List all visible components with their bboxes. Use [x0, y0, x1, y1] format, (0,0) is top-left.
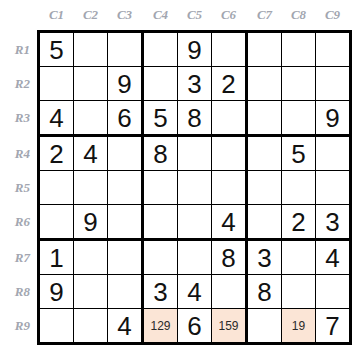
- sudoku-cell-R2C8[interactable]: [282, 67, 316, 101]
- sudoku-cell-R9C4[interactable]: 129: [144, 309, 178, 342]
- col-label-C1: C1: [49, 7, 64, 23]
- col-label-C7: C7: [257, 7, 272, 23]
- sudoku-cell-R8C9[interactable]: [316, 275, 349, 309]
- sudoku-cell-R3C9[interactable]: 9: [316, 101, 349, 137]
- sudoku-cell-R6C9[interactable]: 3: [316, 205, 349, 241]
- row-label-R9: R9: [15, 318, 30, 334]
- row-label-R8: R8: [15, 284, 30, 300]
- sudoku-cell-R3C3[interactable]: 6: [108, 101, 144, 137]
- sudoku-cell-R8C4[interactable]: 3: [144, 275, 178, 309]
- row-label-R4: R4: [15, 146, 30, 162]
- sudoku-cell-R8C7[interactable]: 8: [248, 275, 282, 309]
- sudoku-cell-R3C4[interactable]: 5: [144, 101, 178, 137]
- row-label-R7: R7: [15, 250, 30, 266]
- sudoku-board: 5993246589248594231834934841296159197: [37, 30, 352, 345]
- sudoku-cell-R1C2[interactable]: [74, 33, 108, 67]
- sudoku-cell-R6C4[interactable]: [144, 205, 178, 241]
- sudoku-cell-R7C5[interactable]: [178, 241, 212, 275]
- col-label-C2: C2: [83, 7, 98, 23]
- sudoku-cell-R8C5[interactable]: 4: [178, 275, 212, 309]
- sudoku-cell-R8C2[interactable]: [74, 275, 108, 309]
- sudoku-cell-R1C1[interactable]: 5: [40, 33, 74, 67]
- sudoku-cell-R1C8[interactable]: [282, 33, 316, 67]
- sudoku-cell-R6C3[interactable]: [108, 205, 144, 241]
- col-label-C4: C4: [153, 7, 168, 23]
- sudoku-cell-R2C4[interactable]: [144, 67, 178, 101]
- sudoku-cell-R4C2[interactable]: 4: [74, 137, 108, 171]
- sudoku-cell-R8C3[interactable]: [108, 275, 144, 309]
- sudoku-cell-R4C7[interactable]: [248, 137, 282, 171]
- sudoku-cell-R2C5[interactable]: 3: [178, 67, 212, 101]
- sudoku-cell-R6C1[interactable]: [40, 205, 74, 241]
- sudoku-cell-R1C4[interactable]: [144, 33, 178, 67]
- sudoku-cell-R7C3[interactable]: [108, 241, 144, 275]
- sudoku-cell-R5C2[interactable]: [74, 171, 108, 205]
- sudoku-cell-R2C3[interactable]: 9: [108, 67, 144, 101]
- row-label-R6: R6: [15, 214, 30, 230]
- sudoku-cell-R7C4[interactable]: [144, 241, 178, 275]
- sudoku-cell-R8C1[interactable]: 9: [40, 275, 74, 309]
- sudoku-cell-R3C5[interactable]: 8: [178, 101, 212, 137]
- sudoku-cell-R3C7[interactable]: [248, 101, 282, 137]
- sudoku-cell-R2C1[interactable]: [40, 67, 74, 101]
- sudoku-cell-R9C7[interactable]: [248, 309, 282, 342]
- row-label-R2: R2: [15, 76, 30, 92]
- sudoku-cell-R5C9[interactable]: [316, 171, 349, 205]
- sudoku-cell-R5C5[interactable]: [178, 171, 212, 205]
- col-label-C6: C6: [221, 7, 236, 23]
- sudoku-cell-R4C8[interactable]: 5: [282, 137, 316, 171]
- sudoku-cell-R9C1[interactable]: [40, 309, 74, 342]
- sudoku-cell-R4C3[interactable]: [108, 137, 144, 171]
- col-label-C8: C8: [291, 7, 306, 23]
- sudoku-cell-R3C1[interactable]: 4: [40, 101, 74, 137]
- row-labels: R1R2R3R4R5R6R7R8R9: [0, 30, 37, 345]
- sudoku-cell-R2C6[interactable]: 2: [212, 67, 248, 101]
- sudoku-cell-R4C6[interactable]: [212, 137, 248, 171]
- sudoku-cell-R9C2[interactable]: [74, 309, 108, 342]
- sudoku-cell-R1C6[interactable]: [212, 33, 248, 67]
- sudoku-cell-R7C2[interactable]: [74, 241, 108, 275]
- sudoku-cell-R9C9[interactable]: 7: [316, 309, 349, 342]
- sudoku-cell-R5C3[interactable]: [108, 171, 144, 205]
- sudoku-cell-R3C8[interactable]: [282, 101, 316, 137]
- sudoku-cell-R7C9[interactable]: 4: [316, 241, 349, 275]
- sudoku-cell-R7C8[interactable]: [282, 241, 316, 275]
- sudoku-cell-R7C1[interactable]: 1: [40, 241, 74, 275]
- candidate-digits: 159: [218, 320, 238, 332]
- sudoku-cell-R1C5[interactable]: 9: [178, 33, 212, 67]
- sudoku-cell-R8C6[interactable]: [212, 275, 248, 309]
- sudoku-cell-R1C7[interactable]: [248, 33, 282, 67]
- sudoku-cell-R5C4[interactable]: [144, 171, 178, 205]
- candidate-digits: 129: [150, 320, 170, 332]
- sudoku-cell-R2C7[interactable]: [248, 67, 282, 101]
- sudoku-cell-R9C8[interactable]: 19: [282, 309, 316, 342]
- sudoku-cell-R4C1[interactable]: 2: [40, 137, 74, 171]
- sudoku-cell-R4C5[interactable]: [178, 137, 212, 171]
- row-label-R5: R5: [15, 180, 30, 196]
- sudoku-cell-R6C6[interactable]: 4: [212, 205, 248, 241]
- sudoku-cell-R9C6[interactable]: 159: [212, 309, 248, 342]
- sudoku-cell-R4C4[interactable]: 8: [144, 137, 178, 171]
- sudoku-cell-R2C2[interactable]: [74, 67, 108, 101]
- sudoku-cell-R4C9[interactable]: [316, 137, 349, 171]
- sudoku-cell-R2C9[interactable]: [316, 67, 349, 101]
- col-label-C3: C3: [117, 7, 132, 23]
- col-label-C9: C9: [325, 7, 340, 23]
- sudoku-cell-R1C3[interactable]: [108, 33, 144, 67]
- row-label-R1: R1: [15, 42, 30, 58]
- sudoku-cell-R8C8[interactable]: [282, 275, 316, 309]
- sudoku-cell-R1C9[interactable]: [316, 33, 349, 67]
- sudoku-cell-R9C5[interactable]: 6: [178, 309, 212, 342]
- sudoku-cell-R5C8[interactable]: [282, 171, 316, 205]
- row-label-R3: R3: [15, 110, 30, 126]
- sudoku-cell-R6C2[interactable]: 9: [74, 205, 108, 241]
- sudoku-cell-R6C8[interactable]: 2: [282, 205, 316, 241]
- sudoku-cell-R7C7[interactable]: 3: [248, 241, 282, 275]
- candidate-digits: 19: [292, 320, 305, 332]
- sudoku-cell-R5C1[interactable]: [40, 171, 74, 205]
- sudoku-cell-R5C7[interactable]: [248, 171, 282, 205]
- sudoku-cell-R5C6[interactable]: [212, 171, 248, 205]
- sudoku-cell-R7C6[interactable]: 8: [212, 241, 248, 275]
- sudoku-cell-R9C3[interactable]: 4: [108, 309, 144, 342]
- sudoku-cell-R3C2[interactable]: [74, 101, 108, 137]
- sudoku-cell-R6C7[interactable]: [248, 205, 282, 241]
- sudoku-cell-R6C5[interactable]: [178, 205, 212, 241]
- sudoku-cell-R3C6[interactable]: [212, 101, 248, 137]
- column-labels: C1C2C3C4C5C6C7C8C9: [37, 0, 352, 30]
- col-label-C5: C5: [187, 7, 202, 23]
